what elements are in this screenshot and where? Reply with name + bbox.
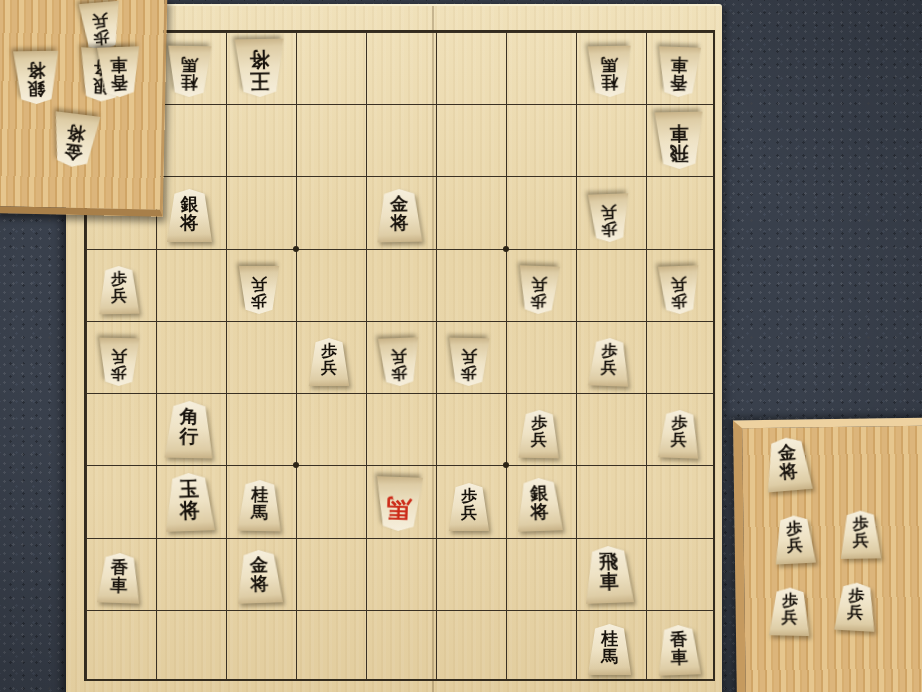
- piece-kanji: 歩兵: [847, 587, 865, 621]
- piece-gote-pawn[interactable]: 歩兵: [448, 338, 491, 387]
- piece-kanji: 香車: [110, 559, 128, 595]
- piece-body: 王将: [233, 39, 285, 98]
- piece-body: 馬: [374, 476, 424, 532]
- piece-body: 歩兵: [833, 582, 878, 632]
- piece-sente-pawn[interactable]: 歩兵: [98, 266, 141, 315]
- piece-sente-knight[interactable]: 桂馬: [237, 480, 283, 532]
- piece-kanji: 歩兵: [670, 275, 687, 309]
- piece-undefined-silver[interactable]: 銀将: [12, 51, 60, 105]
- piece-body: 歩兵: [587, 193, 631, 242]
- piece-kanji: 銀将: [181, 195, 199, 233]
- piece-gote-rook[interactable]: 飛車: [654, 112, 705, 170]
- piece-kanji: 歩兵: [461, 488, 477, 522]
- piece-kanji: 歩兵: [111, 347, 128, 381]
- piece-kanji: 歩兵: [600, 343, 617, 377]
- piece-sente-pawn[interactable]: 歩兵: [308, 338, 350, 386]
- piece-sente-gold[interactable]: 金将: [235, 549, 284, 604]
- piece-kanji: 歩兵: [91, 11, 110, 46]
- piece-body: 香車: [96, 552, 142, 604]
- piece-sente-silver[interactable]: 銀将: [515, 477, 564, 532]
- piece-body: 銀将: [12, 51, 60, 105]
- piece-body: 歩兵: [517, 265, 561, 314]
- piece-body: 歩兵: [238, 266, 280, 314]
- hoshi-dot: [293, 462, 299, 468]
- piece-body: 歩兵: [587, 337, 631, 386]
- piece-sente-knight[interactable]: 桂馬: [587, 624, 632, 675]
- piece-body: 歩兵: [308, 338, 350, 386]
- piece-gote-pawn[interactable]: 歩兵: [98, 338, 141, 387]
- piece-kanji: 香車: [110, 55, 128, 91]
- piece-body: 香車: [96, 46, 142, 98]
- piece-kanji: 金将: [777, 443, 798, 482]
- piece-undefined-gold[interactable]: 金将: [48, 111, 101, 169]
- piece-body: 角行: [164, 401, 215, 459]
- piece-gote-lance[interactable]: 香車: [96, 46, 142, 98]
- piece-kanji: 歩兵: [531, 415, 548, 449]
- piece-body: 桂馬: [237, 480, 283, 532]
- piece-kanji: 香車: [670, 55, 688, 91]
- piece-sente-pawn[interactable]: 歩兵: [587, 337, 631, 386]
- piece-undefined-pawn[interactable]: 歩兵: [833, 582, 878, 632]
- piece-body: 銀将: [166, 189, 213, 242]
- piece-body: 歩兵: [839, 510, 882, 559]
- piece-gote-lance[interactable]: 香車: [656, 46, 702, 98]
- piece-body: 歩兵: [448, 483, 490, 531]
- piece-sente-lance[interactable]: 香車: [96, 552, 142, 604]
- piece-kanji: 歩兵: [600, 203, 617, 237]
- piece-kanji: 桂馬: [601, 55, 619, 91]
- piece-gote-pawn[interactable]: 歩兵: [587, 193, 631, 242]
- piece-body: 金将: [235, 549, 284, 604]
- piece-sente-rook[interactable]: 飛車: [583, 545, 635, 604]
- piece-body: 飛車: [654, 112, 705, 170]
- piece-sente-pawn[interactable]: 歩兵: [657, 409, 701, 458]
- piece-kanji: 歩兵: [781, 592, 798, 626]
- piece-sente-silver[interactable]: 銀将: [166, 189, 213, 242]
- piece-gote-pawn[interactable]: 歩兵: [517, 265, 561, 314]
- piece-kanji: 歩兵: [530, 275, 547, 309]
- piece-kanji: 香車: [670, 631, 688, 667]
- piece-body: 銀将: [515, 477, 564, 532]
- piece-undefined-gold[interactable]: 金将: [762, 436, 813, 493]
- piece-kanji: 歩兵: [852, 516, 868, 550]
- piece-kanji: 飛車: [669, 123, 689, 163]
- piece-kanji: 金将: [250, 556, 269, 594]
- piece-body: 桂馬: [587, 624, 632, 675]
- piece-undefined-pawn[interactable]: 歩兵: [839, 510, 882, 559]
- piece-kanji: 歩兵: [321, 343, 337, 377]
- piece-gote-pawn[interactable]: 歩兵: [238, 266, 280, 314]
- piece-gote-pawn[interactable]: 歩兵: [377, 337, 421, 386]
- piece-body: 歩兵: [377, 337, 421, 386]
- piece-kanji: 銀将: [530, 484, 549, 522]
- piece-sente-pawn[interactable]: 歩兵: [518, 410, 561, 459]
- piece-kanji: 玉将: [179, 479, 200, 522]
- piece-kanji: 馬: [386, 494, 412, 521]
- piece-body: 金将: [376, 189, 424, 243]
- piece-body: 飛車: [583, 545, 635, 604]
- piece-gote-promoted-horse[interactable]: 馬: [374, 476, 424, 532]
- piece-body: 歩兵: [98, 338, 141, 387]
- piece-kanji: 歩兵: [251, 275, 267, 309]
- piece-gote-pawn[interactable]: 歩兵: [657, 265, 701, 314]
- piece-kanji: 歩兵: [390, 347, 407, 381]
- hoshi-dot: [503, 246, 509, 252]
- komadai-gote-captures: 歩兵銀将銀将金将: [0, 0, 167, 217]
- piece-body: 桂馬: [167, 46, 213, 98]
- piece-body: 金将: [48, 111, 101, 169]
- piece-sente-gold[interactable]: 金将: [376, 189, 424, 243]
- piece-kanji: 桂馬: [251, 486, 269, 522]
- komadai-sente-captures: 金将歩兵歩兵歩兵歩兵: [733, 418, 922, 692]
- piece-kanji: 銀将: [27, 60, 46, 98]
- piece-kanji: 金将: [390, 195, 409, 233]
- piece-body: 金将: [762, 436, 813, 493]
- hoshi-dot: [293, 246, 299, 252]
- piece-body: 歩兵: [657, 409, 701, 458]
- piece-body: 歩兵: [773, 515, 817, 565]
- piece-body: 歩兵: [657, 265, 701, 314]
- piece-body: 歩兵: [78, 1, 124, 52]
- piece-sente-king[interactable]: 玉将: [163, 472, 216, 532]
- piece-body: 歩兵: [98, 266, 141, 315]
- piece-body: 玉将: [163, 472, 216, 532]
- hoshi-dot: [503, 462, 509, 468]
- piece-body: 歩兵: [518, 410, 561, 459]
- piece-gote-king[interactable]: 王将: [233, 39, 285, 98]
- piece-body: 香車: [656, 46, 702, 98]
- piece-undefined-pawn[interactable]: 歩兵: [773, 515, 817, 565]
- piece-kanji: 歩兵: [670, 415, 687, 449]
- piece-gote-knight[interactable]: 桂馬: [167, 46, 213, 98]
- piece-kanji: 飛車: [599, 552, 619, 593]
- piece-undefined-pawn[interactable]: 歩兵: [78, 1, 124, 52]
- piece-undefined-pawn[interactable]: 歩兵: [768, 587, 811, 636]
- piece-sente-lance[interactable]: 香車: [656, 624, 702, 676]
- piece-kanji: 角行: [179, 407, 199, 447]
- piece-kanji: 歩兵: [461, 347, 478, 381]
- piece-body: 歩兵: [448, 338, 491, 387]
- piece-kanji: 歩兵: [786, 520, 804, 554]
- piece-body: 桂馬: [587, 46, 633, 98]
- piece-sente-pawn[interactable]: 歩兵: [448, 483, 490, 531]
- piece-gote-knight[interactable]: 桂馬: [587, 46, 633, 98]
- piece-body: 香車: [656, 624, 702, 676]
- piece-kanji: 歩兵: [111, 271, 128, 305]
- piece-kanji: 桂馬: [181, 55, 199, 91]
- piece-kanji: 金将: [63, 122, 86, 162]
- piece-sente-bishop[interactable]: 角行: [164, 401, 215, 459]
- piece-kanji: 桂馬: [601, 630, 618, 666]
- piece-kanji: 王将: [249, 49, 270, 91]
- piece-body: 歩兵: [768, 587, 811, 636]
